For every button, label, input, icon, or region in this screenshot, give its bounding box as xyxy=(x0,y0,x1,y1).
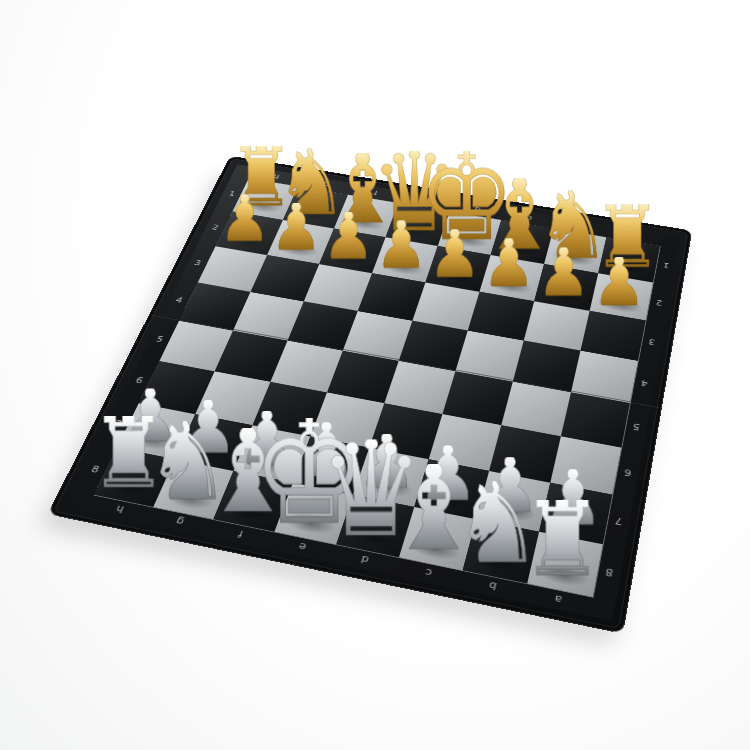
square-c4 xyxy=(455,331,523,382)
gold-pawn: ♟ xyxy=(559,256,680,307)
square-a3 xyxy=(581,311,646,361)
square-c3 xyxy=(468,292,534,341)
rank-label-right-4: 4 xyxy=(630,361,658,407)
square-f3 xyxy=(304,264,372,311)
square-a4 xyxy=(571,351,638,403)
rank-label-right-3: 3 xyxy=(638,321,665,365)
product-photo-stage: hgfedcba1♜♞♝♛♚♝♞♜12♟♟♟♟♟♟♟♟2334455667♟♟♟… xyxy=(0,0,750,750)
silver-rook: ♜ xyxy=(491,500,633,578)
square-a2: ♟ xyxy=(590,273,653,320)
chess-board: hgfedcba1♜♞♝♛♚♝♞♜12♟♟♟♟♟♟♟♟2334455667♟♟♟… xyxy=(47,156,692,634)
board-frame: hgfedcba1♜♞♝♛♚♝♞♜12♟♟♟♟♟♟♟♟2334455667♟♟♟… xyxy=(47,156,692,634)
square-b4 xyxy=(513,340,581,392)
